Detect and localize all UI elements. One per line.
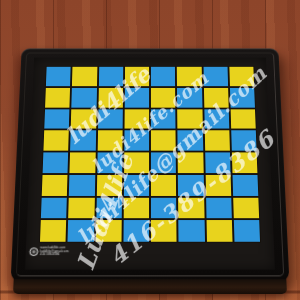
board-cell-r7c3	[96, 197, 122, 218]
board-cell-r4c2	[70, 131, 95, 151]
board-cell-r7c6	[178, 197, 204, 218]
game-board: www.ludi4life.com ludi4life@gmail.com 41…	[10, 48, 290, 294]
board-cell-r6c3	[96, 175, 122, 196]
board-cell-r1c8	[229, 67, 254, 86]
board-cell-r2c4	[124, 88, 149, 108]
board-cell-r4c5	[151, 131, 176, 151]
board-cell-r2c2	[72, 88, 97, 108]
board-cell-r4c1	[43, 131, 69, 151]
board-cell-r3c6	[177, 109, 202, 129]
board-cell-r1c6	[177, 67, 202, 86]
board-cell-r6c4	[124, 175, 149, 196]
board-cell-r1c5	[151, 67, 175, 86]
board-cell-r5c3	[97, 152, 122, 172]
board-cell-r6c8	[232, 175, 258, 196]
plate-line-phone: 416 389-8386	[40, 253, 119, 257]
board-cell-r6c1	[42, 175, 68, 196]
board-cell-r2c3	[98, 88, 123, 108]
board-cell-r5c5	[151, 152, 176, 172]
board-cell-r8c8	[234, 220, 260, 241]
board-cell-r1c3	[98, 67, 123, 86]
board-cell-r3c4	[124, 109, 149, 129]
board-cell-r3c8	[230, 109, 255, 129]
board-cell-r3c3	[98, 109, 123, 129]
board-cell-r3c1	[44, 109, 69, 129]
board-cell-r5c7	[205, 152, 231, 172]
board-cell-r5c4	[124, 152, 149, 172]
logo-plate: www.ludi4life.com ludi4life@gmail.com 41…	[29, 238, 238, 264]
board-surface: www.ludi4life.com ludi4life@gmail.com 41…	[25, 58, 275, 270]
board-cell-r6c2	[69, 175, 95, 196]
board-cell-r4c3	[97, 131, 122, 151]
board-cell-r5c6	[178, 152, 203, 172]
board-cell-r2c6	[177, 88, 202, 108]
board-cell-r2c1	[45, 88, 70, 108]
board-cell-r3c2	[71, 109, 96, 129]
ludi4life-logo-icon	[29, 247, 38, 256]
board-cell-r4c7	[204, 131, 229, 151]
board-frame-front-edge	[13, 279, 287, 294]
board-cell-r7c7	[206, 197, 232, 218]
board-cell-r7c5	[151, 197, 177, 218]
board-cell-r2c5	[151, 88, 176, 108]
board-cell-r1c1	[46, 67, 71, 86]
board-cell-r1c2	[72, 67, 97, 86]
board-cell-r7c8	[233, 197, 259, 218]
board-cell-r3c7	[204, 109, 229, 129]
board-cell-r4c8	[231, 131, 257, 151]
board-cell-r3c5	[151, 109, 176, 129]
photo-wood-floor-background: www.ludi4life.com ludi4life@gmail.com 41…	[0, 0, 300, 300]
board-cell-r5c1	[43, 152, 69, 172]
board-cell-r7c2	[68, 197, 94, 218]
board-cell-r6c5	[151, 175, 176, 196]
board-cell-r6c7	[205, 175, 231, 196]
board-cell-r4c6	[178, 131, 203, 151]
checkerboard-grid	[40, 67, 260, 242]
board-cell-r1c7	[203, 67, 228, 86]
board-cell-r2c7	[203, 88, 228, 108]
board-cell-r2c8	[230, 88, 255, 108]
board-cell-r5c2	[70, 152, 96, 172]
board-cell-r1c4	[125, 67, 149, 86]
board-cell-r7c1	[41, 197, 67, 218]
board-cell-r6c6	[178, 175, 204, 196]
board-cell-r4c4	[124, 131, 149, 151]
board-cell-r5c8	[232, 152, 258, 172]
logo-plate-text: www.ludi4life.com ludi4life@gmail.com 41…	[40, 246, 119, 257]
board-cell-r7c4	[123, 197, 149, 218]
